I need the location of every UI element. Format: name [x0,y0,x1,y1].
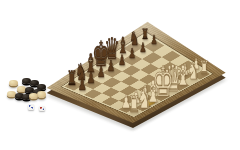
checker-disc-cream [29,93,38,100]
chess-board [47,22,226,123]
die-blue-pips [28,104,34,110]
die-red-pips [39,106,45,112]
checker-disc-cream [9,80,18,87]
product-photo-scene: ♜♞♝♛♚♝♞♜♟♟♟♟♟♟♟♟♟♟♟♟♟♟♟♟♜♞♝♛♚♝♞♜ [0,0,240,150]
